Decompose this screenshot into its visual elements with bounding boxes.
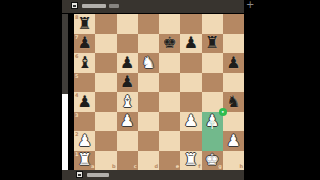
- rank-label-4: 4: [75, 93, 78, 98]
- square-f4[interactable]: [180, 92, 201, 112]
- square-d1[interactable]: d: [138, 151, 159, 171]
- square-c3[interactable]: ♟: [117, 112, 138, 132]
- white-bishop-c4[interactable]: ♝: [120, 94, 134, 110]
- file-label-f: f: [198, 164, 200, 169]
- square-d5[interactable]: [138, 73, 159, 93]
- chess-board[interactable]: 8♜7♟♚♟♜6♝♟♞♟5♟4♟♝♞3♟♟♟↑•2♟♟1a♜bcdef♜g♚h: [74, 14, 244, 170]
- rank-label-8: 8: [75, 15, 78, 20]
- rank-label-3: 3: [75, 113, 78, 118]
- square-g5[interactable]: [202, 73, 223, 93]
- top-player-avatar-icon: [71, 2, 78, 9]
- rank-label-5: 5: [75, 74, 78, 79]
- square-d2[interactable]: [138, 131, 159, 151]
- white-king-g1[interactable]: ♚: [205, 152, 219, 168]
- square-d7[interactable]: [138, 34, 159, 54]
- square-e2[interactable]: [159, 131, 180, 151]
- square-f3[interactable]: ♟: [180, 112, 201, 132]
- file-label-c: c: [134, 164, 137, 169]
- file-label-g: g: [218, 164, 222, 169]
- square-c1[interactable]: c: [117, 151, 138, 171]
- square-f6[interactable]: [180, 53, 201, 73]
- square-h1[interactable]: h: [223, 151, 244, 171]
- square-a7[interactable]: 7♟: [74, 34, 95, 54]
- file-label-e: e: [176, 164, 179, 169]
- square-b8[interactable]: [95, 14, 116, 34]
- square-e1[interactable]: e: [159, 151, 180, 171]
- bottom-player-avatar-icon: [76, 171, 83, 178]
- top-player-rating-smudge: [109, 4, 119, 8]
- square-b7[interactable]: [95, 34, 116, 54]
- square-e3[interactable]: [159, 112, 180, 132]
- white-knight-d6[interactable]: ♞: [141, 55, 155, 71]
- square-a4[interactable]: 4♟: [74, 92, 95, 112]
- black-rook-a8[interactable]: ♜: [77, 16, 91, 32]
- square-g6[interactable]: [202, 53, 223, 73]
- square-a8[interactable]: 8♜: [74, 14, 95, 34]
- square-d6[interactable]: ♞: [138, 53, 159, 73]
- square-g2[interactable]: [202, 131, 223, 151]
- square-f5[interactable]: [180, 73, 201, 93]
- square-g8[interactable]: [202, 14, 223, 34]
- black-knight-h4[interactable]: ♞: [226, 94, 240, 110]
- square-f7[interactable]: ♟: [180, 34, 201, 54]
- top-player-bar: [62, 0, 244, 13]
- file-label-d: d: [154, 164, 158, 169]
- square-f2[interactable]: [180, 131, 201, 151]
- square-e5[interactable]: [159, 73, 180, 93]
- black-pawn-c6[interactable]: ♟: [120, 55, 134, 71]
- square-a3[interactable]: 3: [74, 112, 95, 132]
- square-f8[interactable]: [180, 14, 201, 34]
- rank-label-6: 6: [75, 54, 78, 59]
- plus-icon[interactable]: +: [246, 0, 254, 10]
- rank-label-2: 2: [75, 132, 78, 137]
- square-h2[interactable]: ♟: [223, 131, 244, 151]
- square-d8[interactable]: [138, 14, 159, 34]
- square-e4[interactable]: [159, 92, 180, 112]
- last-move-arrow-icon: ↑: [208, 119, 217, 132]
- white-pawn-c3[interactable]: ♟: [120, 113, 134, 129]
- square-b4[interactable]: [95, 92, 116, 112]
- bottom-player-bar: [62, 170, 244, 180]
- square-f1[interactable]: f♜: [180, 151, 201, 171]
- black-bishop-a6[interactable]: ♝: [77, 55, 91, 71]
- square-b1[interactable]: b: [95, 151, 116, 171]
- rank-label-7: 7: [75, 35, 78, 40]
- move-badge-icon: •: [219, 108, 227, 116]
- white-rook-a1[interactable]: ♜: [77, 152, 91, 168]
- square-c7[interactable]: [117, 34, 138, 54]
- black-rook-g7[interactable]: ♜: [205, 35, 219, 51]
- eval-bar: [62, 14, 68, 170]
- black-pawn-f7[interactable]: ♟: [184, 35, 198, 51]
- square-a1[interactable]: 1a♜: [74, 151, 95, 171]
- white-rook-f1[interactable]: ♜: [184, 152, 198, 168]
- black-pawn-a4[interactable]: ♟: [77, 94, 91, 110]
- top-player-name-smudge: [82, 4, 106, 8]
- bottom-player-name-smudge: [87, 173, 109, 177]
- square-c4[interactable]: ♝: [117, 92, 138, 112]
- square-a6[interactable]: 6♝: [74, 53, 95, 73]
- square-a2[interactable]: 2♟: [74, 131, 95, 151]
- square-e6[interactable]: [159, 53, 180, 73]
- square-h6[interactable]: ♟: [223, 53, 244, 73]
- square-e8[interactable]: [159, 14, 180, 34]
- square-b3[interactable]: [95, 112, 116, 132]
- rank-label-1: 1: [75, 152, 78, 157]
- white-pawn-a2[interactable]: ♟: [77, 133, 91, 149]
- square-h5[interactable]: [223, 73, 244, 93]
- square-d4[interactable]: [138, 92, 159, 112]
- square-c6[interactable]: ♟: [117, 53, 138, 73]
- black-pawn-c5[interactable]: ♟: [120, 74, 134, 90]
- file-label-a: a: [91, 164, 94, 169]
- square-b2[interactable]: [95, 131, 116, 151]
- square-e7[interactable]: ♚: [159, 34, 180, 54]
- white-pawn-h2[interactable]: ♟: [226, 133, 240, 149]
- white-pawn-f3[interactable]: ♟: [184, 113, 198, 129]
- square-g1[interactable]: g♚: [202, 151, 223, 171]
- square-b6[interactable]: [95, 53, 116, 73]
- square-b5[interactable]: [95, 73, 116, 93]
- square-g3[interactable]: ♟↑•: [202, 112, 223, 132]
- square-a5[interactable]: 5: [74, 73, 95, 93]
- file-label-b: b: [112, 164, 116, 169]
- file-label-h: h: [239, 164, 243, 169]
- square-c8[interactable]: [117, 14, 138, 34]
- black-king-e7[interactable]: ♚: [162, 35, 176, 51]
- square-h8[interactable]: [223, 14, 244, 34]
- eval-bar-white-part: [62, 94, 68, 170]
- square-c2[interactable]: [117, 131, 138, 151]
- square-c5[interactable]: ♟: [117, 73, 138, 93]
- black-pawn-a7[interactable]: ♟: [77, 35, 91, 51]
- square-h7[interactable]: [223, 34, 244, 54]
- square-g7[interactable]: ♜: [202, 34, 223, 54]
- square-d3[interactable]: [138, 112, 159, 132]
- black-pawn-h6[interactable]: ♟: [226, 55, 240, 71]
